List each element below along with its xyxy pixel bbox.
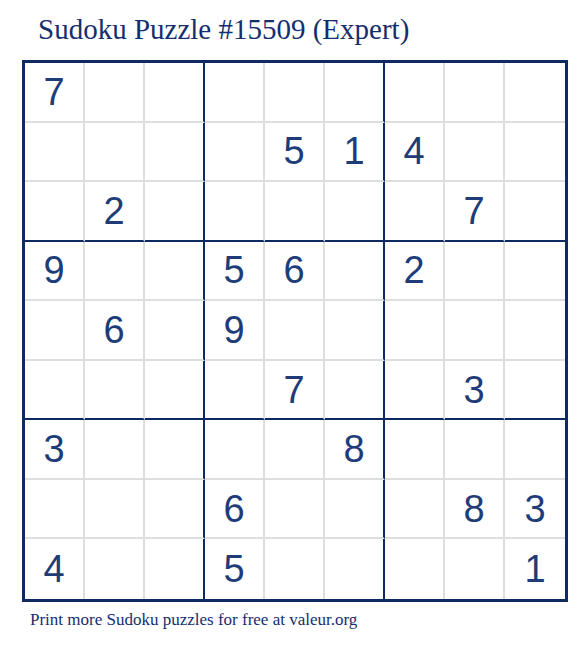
cell-r8c1 — [25, 480, 85, 540]
cell-r1c6 — [325, 63, 385, 123]
cell-r7c8 — [445, 420, 505, 480]
cell-r3c4 — [205, 182, 265, 242]
cell-r1c2 — [85, 63, 145, 123]
cell-r5c1 — [25, 301, 85, 361]
cell-r4c1: 9 — [25, 242, 85, 302]
cell-r3c2: 2 — [85, 182, 145, 242]
cell-r7c5 — [265, 420, 325, 480]
cell-r6c4 — [205, 361, 265, 421]
cell-r8c7 — [385, 480, 445, 540]
cell-r5c2: 6 — [85, 301, 145, 361]
cell-r1c3 — [145, 63, 205, 123]
cell-r9c4: 5 — [205, 539, 265, 599]
footer-text: Print more Sudoku puzzles for free at va… — [30, 610, 357, 630]
cell-r6c7 — [385, 361, 445, 421]
cell-r1c5 — [265, 63, 325, 123]
cell-r1c8 — [445, 63, 505, 123]
cell-r9c7 — [385, 539, 445, 599]
cell-r4c8 — [445, 242, 505, 302]
cell-r6c1 — [25, 361, 85, 421]
page-title: Sudoku Puzzle #15509 (Expert) — [38, 12, 409, 47]
cell-r6c5: 7 — [265, 361, 325, 421]
cell-r7c4 — [205, 420, 265, 480]
cell-r2c1 — [25, 123, 85, 183]
cell-r6c9 — [505, 361, 565, 421]
cell-r1c9 — [505, 63, 565, 123]
cell-r7c2 — [85, 420, 145, 480]
cell-r4c2 — [85, 242, 145, 302]
cell-r3c7 — [385, 182, 445, 242]
cell-r2c7: 4 — [385, 123, 445, 183]
cell-r3c6 — [325, 182, 385, 242]
cell-r1c4 — [205, 63, 265, 123]
cell-r5c6 — [325, 301, 385, 361]
cell-r8c3 — [145, 480, 205, 540]
cell-r4c3 — [145, 242, 205, 302]
cell-r8c4: 6 — [205, 480, 265, 540]
cell-r5c4: 9 — [205, 301, 265, 361]
cell-r7c1: 3 — [25, 420, 85, 480]
cell-r8c8: 8 — [445, 480, 505, 540]
sudoku-board: 7514279562697338683451 — [22, 60, 568, 602]
cell-r5c9 — [505, 301, 565, 361]
cell-r2c2 — [85, 123, 145, 183]
cell-r4c7: 2 — [385, 242, 445, 302]
cell-r7c6: 8 — [325, 420, 385, 480]
cell-r5c3 — [145, 301, 205, 361]
cell-r2c6: 1 — [325, 123, 385, 183]
cell-r8c9: 3 — [505, 480, 565, 540]
cell-r2c8 — [445, 123, 505, 183]
cell-r3c8: 7 — [445, 182, 505, 242]
cell-r9c8 — [445, 539, 505, 599]
cell-r3c9 — [505, 182, 565, 242]
cell-r7c3 — [145, 420, 205, 480]
cell-r7c9 — [505, 420, 565, 480]
cell-r6c3 — [145, 361, 205, 421]
cell-r4c9 — [505, 242, 565, 302]
cell-r6c2 — [85, 361, 145, 421]
cell-r9c5 — [265, 539, 325, 599]
cell-r8c2 — [85, 480, 145, 540]
cell-r9c3 — [145, 539, 205, 599]
cell-r9c2 — [85, 539, 145, 599]
cell-r6c8: 3 — [445, 361, 505, 421]
cell-r1c7 — [385, 63, 445, 123]
cell-r9c9: 1 — [505, 539, 565, 599]
cell-r1c1: 7 — [25, 63, 85, 123]
cell-r5c8 — [445, 301, 505, 361]
cell-r5c5 — [265, 301, 325, 361]
cell-r8c5 — [265, 480, 325, 540]
cell-r3c1 — [25, 182, 85, 242]
cell-r4c4: 5 — [205, 242, 265, 302]
cell-r5c7 — [385, 301, 445, 361]
sudoku-page: Sudoku Puzzle #15509 (Expert) 7514279562… — [0, 0, 580, 651]
cell-r9c1: 4 — [25, 539, 85, 599]
cell-r2c9 — [505, 123, 565, 183]
cell-r9c6 — [325, 539, 385, 599]
cell-r4c6 — [325, 242, 385, 302]
cell-r4c5: 6 — [265, 242, 325, 302]
cell-r6c6 — [325, 361, 385, 421]
cell-r2c4 — [205, 123, 265, 183]
cell-r3c5 — [265, 182, 325, 242]
cell-r3c3 — [145, 182, 205, 242]
cell-r2c3 — [145, 123, 205, 183]
cell-r2c5: 5 — [265, 123, 325, 183]
cell-r7c7 — [385, 420, 445, 480]
cell-r8c6 — [325, 480, 385, 540]
